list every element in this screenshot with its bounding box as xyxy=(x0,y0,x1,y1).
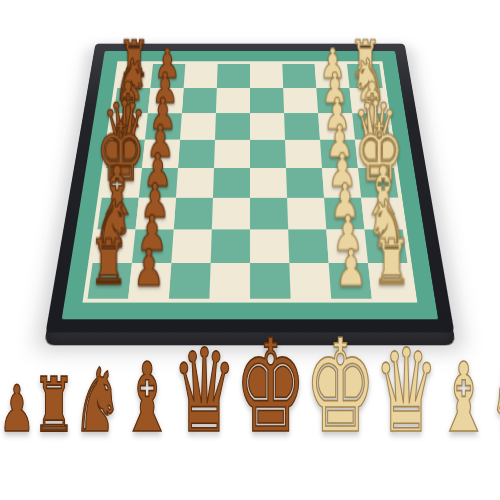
lineup-brown-bishop: ♝ xyxy=(120,349,174,445)
square-h1: ♜ xyxy=(368,263,412,299)
chess-set-product-photo: ♜♟♟♜♞♟♟♞♝♟♟♝♛♟♟♛♚♟♟♚♝♟♟♝♞♟♟♞♜♟♟♜ ♟♜♞♝♛♚♚… xyxy=(0,0,500,500)
lineup-brown-king: ♚ xyxy=(235,324,307,452)
square-a5 xyxy=(217,64,250,88)
square-d4 xyxy=(250,140,286,168)
square-h4 xyxy=(250,263,291,299)
chess-board: ♜♟♟♜♞♟♟♞♝♟♟♝♛♟♟♛♚♟♟♚♝♟♟♝♞♟♟♞♜♟♟♜ xyxy=(46,44,455,333)
square-h2: ♟ xyxy=(329,263,372,299)
lineup-brown-knight: ♞ xyxy=(73,357,122,445)
square-e6 xyxy=(176,168,214,198)
square-e3 xyxy=(286,168,324,198)
square-h7: ♟ xyxy=(128,263,171,299)
lineup-brown-rook: ♜ xyxy=(33,367,75,442)
cream-pawn-h2: ♟ xyxy=(335,243,366,293)
square-g5 xyxy=(211,229,250,263)
square-g3 xyxy=(288,229,329,263)
square-f4 xyxy=(250,198,288,230)
square-g4 xyxy=(250,229,289,263)
piece-lineup: ♟♜♞♝♛♚♚♛♝♞♜♟ xyxy=(0,363,500,443)
square-f3 xyxy=(287,198,326,230)
lineup-cream-queen: ♛ xyxy=(374,334,439,449)
square-f5 xyxy=(212,198,250,230)
square-a4 xyxy=(250,64,283,88)
square-f6 xyxy=(174,198,213,230)
cream-rook-h1: ♜ xyxy=(372,232,410,294)
square-e4 xyxy=(250,168,287,198)
square-a3 xyxy=(282,64,316,88)
lineup-cream-knight: ♞ xyxy=(488,357,500,445)
square-e5 xyxy=(213,168,250,198)
brown-pawn-h7: ♟ xyxy=(133,243,164,293)
square-c5 xyxy=(215,113,250,140)
square-d5 xyxy=(214,140,250,168)
square-h3 xyxy=(289,263,331,299)
square-h5 xyxy=(209,263,250,299)
lineup-cream-king: ♚ xyxy=(304,324,376,452)
lineup-brown-queen: ♛ xyxy=(172,334,237,449)
square-h8: ♜ xyxy=(88,263,132,299)
square-d6 xyxy=(178,140,215,168)
square-a6 xyxy=(184,64,218,88)
square-g6 xyxy=(171,229,212,263)
square-c6 xyxy=(180,113,216,140)
brown-rook-h8: ♜ xyxy=(89,232,127,294)
lineup-cream-bishop: ♝ xyxy=(437,349,491,445)
square-c3 xyxy=(284,113,320,140)
board-scene: ♜♟♟♜♞♟♟♞♝♟♟♝♛♟♟♛♚♟♟♚♝♟♟♝♞♟♟♞♜♟♟♜ xyxy=(0,0,500,312)
square-h6 xyxy=(169,263,211,299)
square-d3 xyxy=(285,140,322,168)
square-c4 xyxy=(250,113,285,140)
lineup-brown-pawn: ♟ xyxy=(0,376,35,440)
